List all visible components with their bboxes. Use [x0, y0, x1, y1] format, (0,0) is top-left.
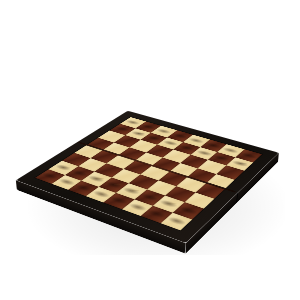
piece-black-rook-h8[interactable]: ♜ — [239, 136, 258, 157]
piece-contact-shadow — [177, 144, 196, 152]
piece-contact-shadow — [145, 135, 164, 142]
square-c5[interactable] — [118, 147, 146, 160]
square-g7[interactable] — [208, 152, 235, 165]
piece-contact-shadow — [187, 137, 206, 144]
square-a8[interactable] — [120, 117, 145, 128]
square-e8[interactable] — [183, 135, 209, 147]
square-d5[interactable] — [135, 152, 163, 165]
square-f8[interactable] — [200, 139, 226, 151]
square-h8[interactable] — [235, 149, 262, 162]
piece-black-pawn-d7[interactable]: ♟ — [162, 126, 179, 145]
piece-black-king-e8[interactable]: ♚ — [182, 110, 211, 142]
piece-contact-shadow — [221, 146, 240, 154]
piece-contact-shadow — [171, 132, 190, 139]
piece-contact-shadow — [204, 142, 223, 150]
square-d6[interactable] — [146, 145, 173, 158]
piece-contact-shadow — [129, 130, 147, 137]
piece-black-pawn-c7[interactable]: ♟ — [145, 121, 162, 140]
square-b5[interactable] — [102, 142, 129, 155]
product-photo-chess-set: ♜♞♝♛♚♝♞♜♟♟♟♟♟♟♟♟♟♟♟♟♟♟♟♟♜♞♝♛♚♝♞♜ — [0, 0, 300, 300]
scene: ♜♞♝♛♚♝♞♜♟♟♟♟♟♟♟♟♟♟♟♟♟♟♟♟♜♞♝♛♚♝♞♜ — [0, 0, 300, 300]
square-a5[interactable] — [87, 138, 114, 150]
piece-contact-shadow — [212, 154, 232, 162]
piece-black-knight-g8[interactable]: ♞ — [220, 128, 242, 152]
piece-black-pawn-b7[interactable]: ♟ — [130, 117, 146, 135]
hinge-seam — [236, 193, 238, 204]
square-c6[interactable] — [130, 140, 157, 153]
piece-contact-shadow — [161, 139, 180, 147]
square-d8[interactable] — [167, 130, 193, 142]
square-b7[interactable] — [125, 128, 151, 140]
piece-black-pawn-h7[interactable]: ♟ — [231, 145, 249, 165]
square-a7[interactable] — [110, 124, 136, 135]
square-b8[interactable] — [135, 121, 161, 132]
square-c7[interactable] — [141, 133, 167, 145]
piece-white-rook-h1[interactable]: ♜ — [165, 198, 188, 223]
piece-black-bishop-c8[interactable]: ♝ — [153, 108, 175, 133]
square-c8[interactable] — [151, 126, 177, 138]
piece-black-pawn-e7[interactable]: ♟ — [178, 130, 195, 149]
square-b6[interactable] — [114, 135, 141, 147]
piece-black-pawn-g7[interactable]: ♟ — [213, 140, 231, 160]
piece-black-queen-d8[interactable]: ♛ — [167, 109, 193, 138]
piece-black-bishop-f8[interactable]: ♝ — [202, 121, 225, 147]
chess-board: ♜♞♝♛♚♝♞♜♟♟♟♟♟♟♟♟♟♟♟♟♟♟♟♟♜♞♝♛♚♝♞♜ — [16, 111, 279, 243]
piece-contact-shadow — [114, 126, 132, 133]
piece-contact-shadow — [139, 123, 157, 130]
piece-black-pawn-a7[interactable]: ♟ — [114, 112, 130, 130]
piece-contact-shadow — [155, 128, 173, 135]
piece-contact-shadow — [239, 151, 259, 159]
piece-contact-shadow — [194, 149, 214, 157]
piece-black-knight-b8[interactable]: ♞ — [138, 106, 158, 129]
piece-black-rook-a8[interactable]: ♜ — [124, 104, 142, 124]
square-g8[interactable] — [217, 144, 244, 157]
square-e6[interactable] — [163, 150, 190, 163]
square-f7[interactable] — [190, 147, 217, 160]
piece-contact-shadow — [124, 119, 142, 126]
square-d7[interactable] — [157, 137, 184, 149]
square-e7[interactable] — [173, 142, 200, 155]
square-a6[interactable] — [98, 130, 124, 142]
piece-black-pawn-f7[interactable]: ♟ — [195, 135, 212, 154]
